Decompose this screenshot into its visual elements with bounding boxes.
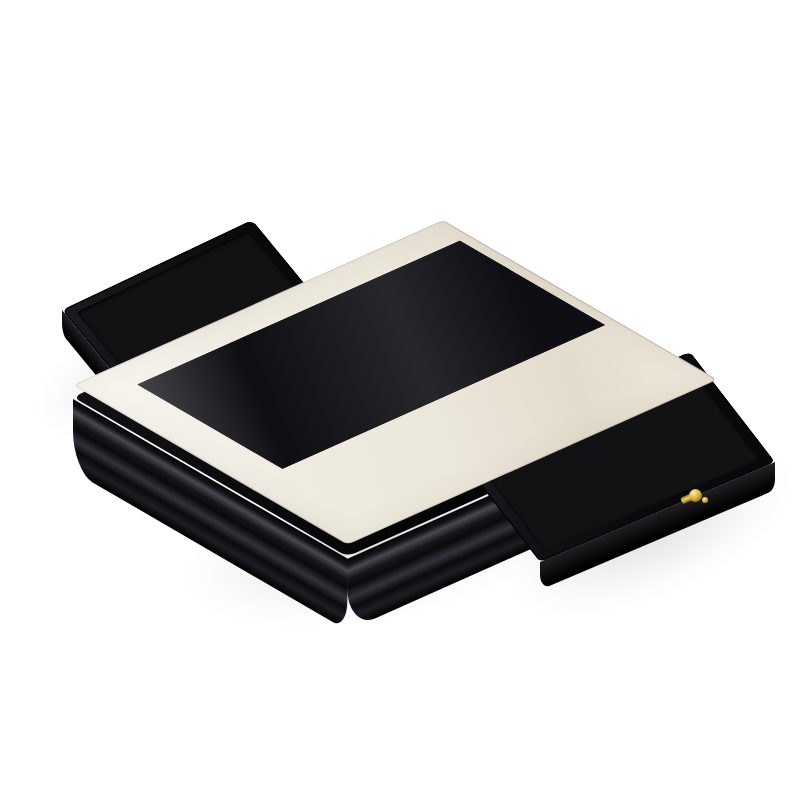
drawer-knob[interactable] (689, 489, 702, 502)
drawer-knob-tip (702, 497, 708, 503)
chess-set-scene (0, 0, 800, 800)
